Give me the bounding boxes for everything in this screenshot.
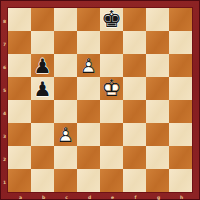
square-d8[interactable] (77, 8, 100, 31)
square-d4[interactable] (77, 100, 100, 123)
square-h7[interactable] (169, 31, 192, 54)
rank-label-3: 3 (3, 133, 6, 138)
square-g2[interactable] (146, 146, 169, 169)
square-g3[interactable] (146, 123, 169, 146)
black-king-icon[interactable]: ♚ (100, 8, 123, 31)
square-f7[interactable] (123, 31, 146, 54)
white-king-icon[interactable]: ♚♔ (100, 77, 123, 100)
square-f4[interactable] (123, 100, 146, 123)
square-f5[interactable] (123, 77, 146, 100)
square-h2[interactable] (169, 146, 192, 169)
square-g5[interactable] (146, 77, 169, 100)
square-e7[interactable] (100, 31, 123, 54)
rank-label-8: 8 (3, 18, 6, 23)
rank-label-6: 6 (3, 64, 6, 69)
square-e6[interactable] (100, 54, 123, 77)
square-f2[interactable] (123, 146, 146, 169)
square-a8[interactable] (8, 8, 31, 31)
square-a1[interactable] (8, 169, 31, 192)
square-d1[interactable] (77, 169, 100, 192)
square-a3[interactable] (8, 123, 31, 146)
black-pawn-icon[interactable]: ♟ (31, 77, 54, 100)
square-a7[interactable] (8, 31, 31, 54)
square-b4[interactable] (31, 100, 54, 123)
square-c3[interactable]: ♟♙ (54, 123, 77, 146)
white-pawn-icon[interactable]: ♟♙ (54, 123, 77, 146)
square-e8[interactable]: ♚ (100, 8, 123, 31)
square-b1[interactable] (31, 169, 54, 192)
square-b8[interactable] (31, 8, 54, 31)
piece-outline-layer: ♔ (100, 77, 123, 100)
file-label-a: a (19, 195, 22, 200)
file-label-b: b (42, 195, 45, 200)
square-c5[interactable] (54, 77, 77, 100)
square-c6[interactable] (54, 54, 77, 77)
square-d7[interactable] (77, 31, 100, 54)
square-e3[interactable] (100, 123, 123, 146)
square-f3[interactable] (123, 123, 146, 146)
square-d5[interactable] (77, 77, 100, 100)
board-frame: ♚♟♟♙♟♚♔♟♙ 87654321abcdefgh (0, 0, 200, 200)
rank-label-1: 1 (3, 179, 6, 184)
square-g6[interactable] (146, 54, 169, 77)
black-pawn-icon[interactable]: ♟ (31, 54, 54, 77)
file-label-c: c (65, 195, 68, 200)
square-f1[interactable] (123, 169, 146, 192)
square-c1[interactable] (54, 169, 77, 192)
square-a4[interactable] (8, 100, 31, 123)
square-b6[interactable]: ♟ (31, 54, 54, 77)
file-label-h: h (180, 195, 183, 200)
square-h6[interactable] (169, 54, 192, 77)
chessboard: ♚♟♟♙♟♚♔♟♙ (7, 7, 193, 193)
square-c4[interactable] (54, 100, 77, 123)
square-f8[interactable] (123, 8, 146, 31)
square-h8[interactable] (169, 8, 192, 31)
square-c8[interactable] (54, 8, 77, 31)
square-b2[interactable] (31, 146, 54, 169)
piece-outline-layer: ♙ (54, 123, 77, 146)
square-g8[interactable] (146, 8, 169, 31)
square-h3[interactable] (169, 123, 192, 146)
file-label-f: f (135, 195, 137, 200)
file-label-g: g (157, 195, 160, 200)
square-a5[interactable] (8, 77, 31, 100)
square-c2[interactable] (54, 146, 77, 169)
square-d6[interactable]: ♟♙ (77, 54, 100, 77)
file-label-d: d (88, 195, 91, 200)
square-a2[interactable] (8, 146, 31, 169)
square-e4[interactable] (100, 100, 123, 123)
rank-label-2: 2 (3, 156, 6, 161)
rank-label-7: 7 (3, 41, 6, 46)
square-h4[interactable] (169, 100, 192, 123)
square-g1[interactable] (146, 169, 169, 192)
rank-label-5: 5 (3, 87, 6, 92)
square-g4[interactable] (146, 100, 169, 123)
square-f6[interactable] (123, 54, 146, 77)
square-b3[interactable] (31, 123, 54, 146)
square-b7[interactable] (31, 31, 54, 54)
piece-outline-layer: ♙ (77, 54, 100, 77)
square-a6[interactable] (8, 54, 31, 77)
square-b5[interactable]: ♟ (31, 77, 54, 100)
square-h5[interactable] (169, 77, 192, 100)
square-d3[interactable] (77, 123, 100, 146)
white-pawn-icon[interactable]: ♟♙ (77, 54, 100, 77)
square-g7[interactable] (146, 31, 169, 54)
square-c7[interactable] (54, 31, 77, 54)
rank-label-4: 4 (3, 110, 6, 115)
square-d2[interactable] (77, 146, 100, 169)
square-e1[interactable] (100, 169, 123, 192)
square-e2[interactable] (100, 146, 123, 169)
square-h1[interactable] (169, 169, 192, 192)
square-e5[interactable]: ♚♔ (100, 77, 123, 100)
file-label-e: e (111, 195, 114, 200)
